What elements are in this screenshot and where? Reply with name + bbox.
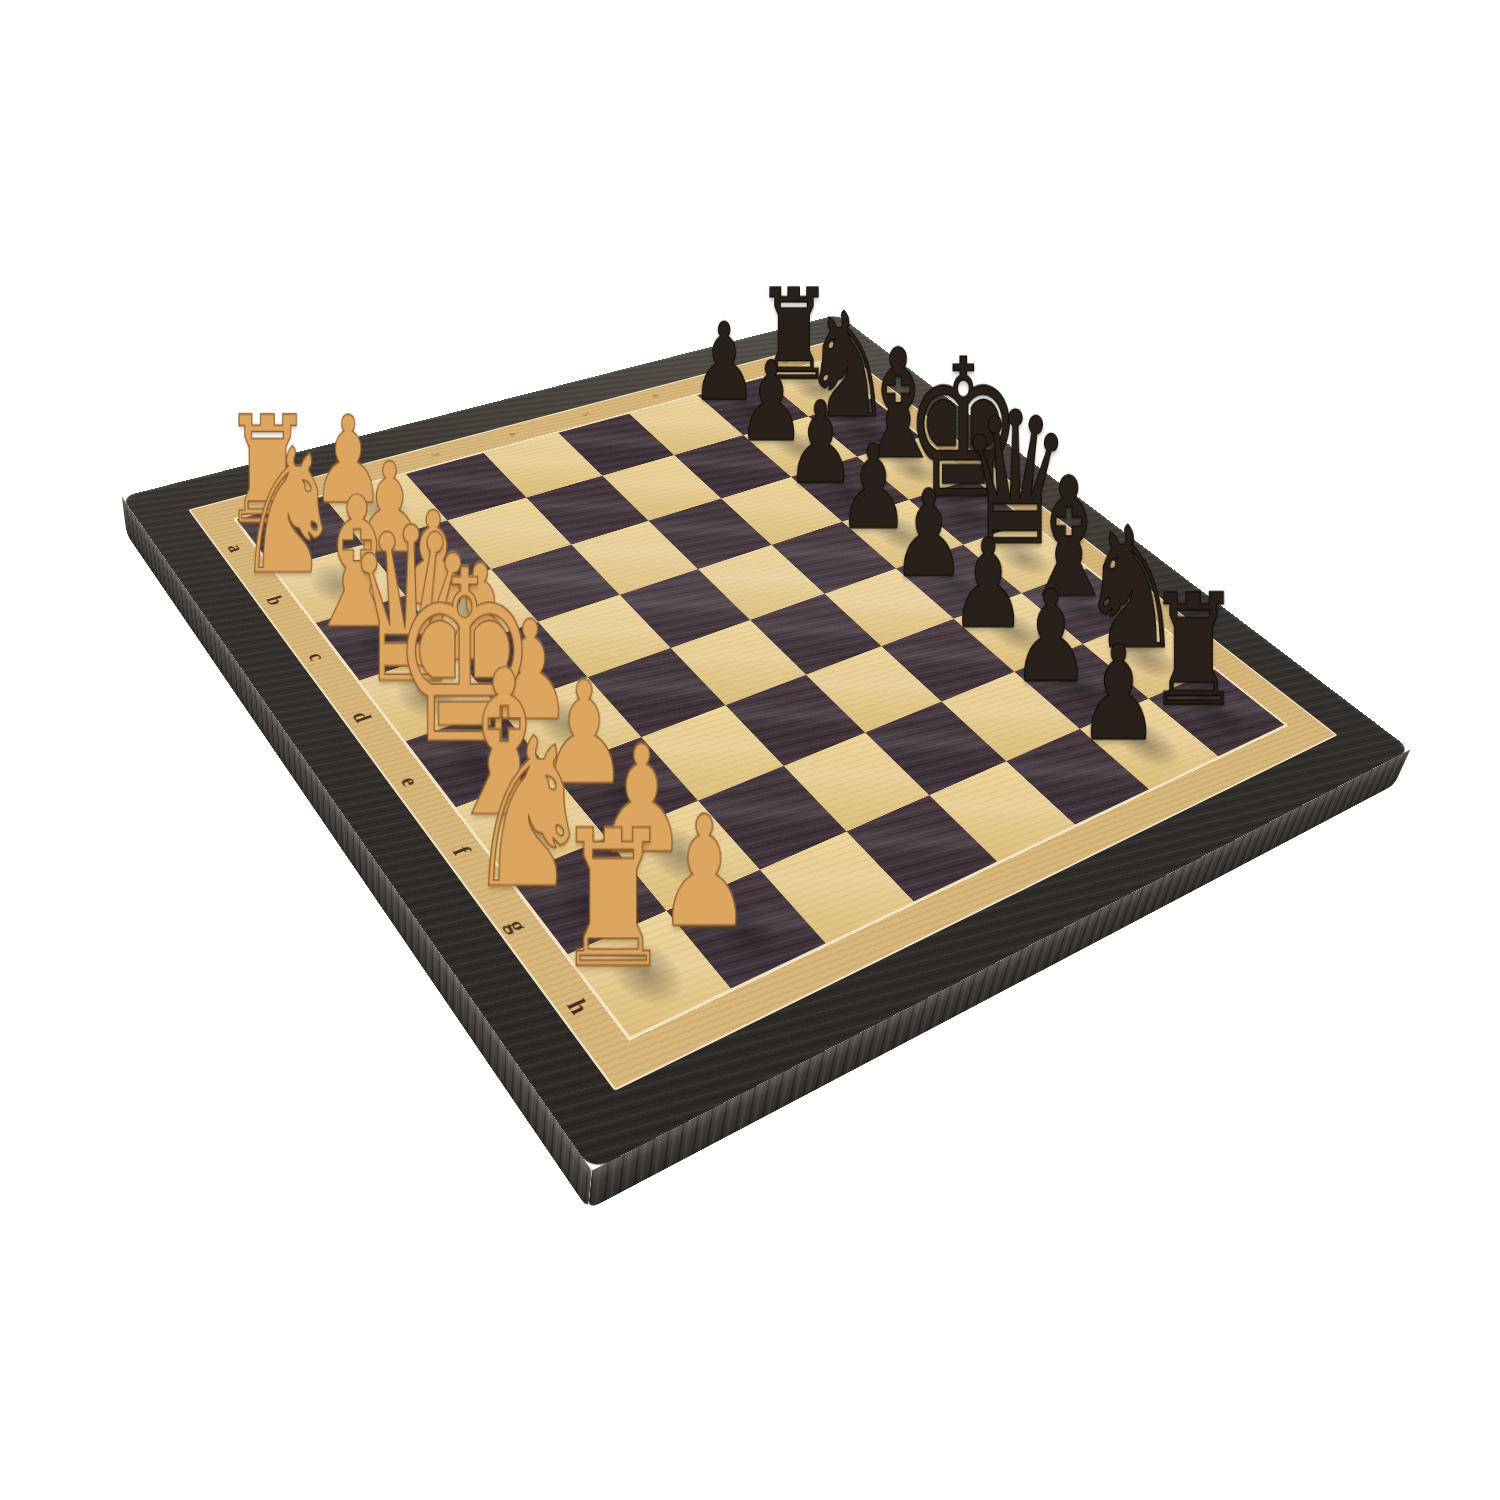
file-label-e: e: [394, 773, 426, 790]
piece-black-pawn-h7[interactable]: ♟: [1076, 631, 1160, 756]
square-e5[interactable]: [750, 594, 882, 675]
rank-label-6: 6: [648, 393, 662, 399]
rank-label-5: 5: [578, 411, 593, 417]
rank-label-3: 3: [428, 451, 444, 458]
chess-board: abcdefgh 87654321 ♜♞♝♚♛♝♞♜♟♟♟♟♟♟♟♟♟♟♟♟♟♟…: [122, 315, 1410, 1171]
piece-white-rook-h1[interactable]: ♜: [554, 811, 655, 991]
product-photo-scene: abcdefgh 87654321 ♜♞♝♚♛♝♞♜♟♟♟♟♟♟♟♟♟♟♟♟♟♟…: [0, 0, 1500, 1500]
rank-label-4: 4: [505, 431, 520, 437]
